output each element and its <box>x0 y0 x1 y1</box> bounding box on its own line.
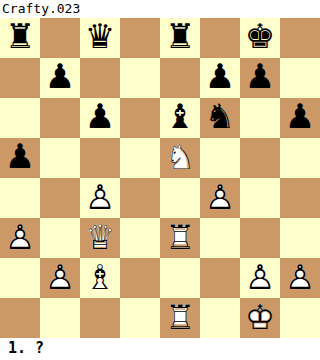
square-h5[interactable] <box>280 138 320 178</box>
black-pawn-icon: ♟ <box>40 56 80 96</box>
square-c2[interactable]: ♝♗ <box>80 258 120 298</box>
piece-outline-layer: ♙ <box>80 176 120 216</box>
black-pawn-icon: ♟ <box>280 96 320 136</box>
white-queen-icon: ♛♕ <box>80 218 120 258</box>
black-pawn-icon: ♟ <box>200 56 240 96</box>
square-h4[interactable] <box>280 178 320 218</box>
square-c4[interactable]: ♟♙ <box>80 178 120 218</box>
square-h1[interactable] <box>280 298 320 338</box>
piece-outline-layer: ♘ <box>160 136 200 176</box>
square-a6[interactable] <box>0 98 40 138</box>
square-a5[interactable]: ♟ <box>0 138 40 178</box>
square-e1[interactable]: ♜♖ <box>160 298 200 338</box>
square-c7[interactable] <box>80 58 120 98</box>
white-rook-icon: ♜♖ <box>160 298 200 338</box>
crafty-window: Crafty.023 ♜♛♜♚♟♟♟♟♝♞♟♟♞♘♟♙♟♙♟♙♛♕♜♖♟♙♝♗♟… <box>0 0 320 360</box>
square-a3[interactable]: ♟♙ <box>0 218 40 258</box>
square-f8[interactable] <box>200 18 240 58</box>
square-c6[interactable]: ♟ <box>80 98 120 138</box>
square-g1[interactable]: ♚♔ <box>240 298 280 338</box>
move-prompt: 1. ? <box>0 338 320 360</box>
square-g7[interactable]: ♟ <box>240 58 280 98</box>
square-e7[interactable] <box>160 58 200 98</box>
black-rook-icon: ♜ <box>160 16 200 56</box>
square-g8[interactable]: ♚ <box>240 18 280 58</box>
square-e3[interactable]: ♜♖ <box>160 218 200 258</box>
square-e2[interactable] <box>160 258 200 298</box>
square-g6[interactable] <box>240 98 280 138</box>
white-bishop-icon: ♝♗ <box>80 258 120 298</box>
square-h7[interactable] <box>280 58 320 98</box>
square-d6[interactable] <box>120 98 160 138</box>
square-a7[interactable] <box>0 58 40 98</box>
piece-outline-layer: ♙ <box>240 256 280 296</box>
square-d5[interactable] <box>120 138 160 178</box>
square-b4[interactable] <box>40 178 80 218</box>
square-h2[interactable]: ♟♙ <box>280 258 320 298</box>
black-pawn-icon: ♟ <box>0 136 40 176</box>
square-b7[interactable]: ♟ <box>40 58 80 98</box>
square-a1[interactable] <box>0 298 40 338</box>
square-d4[interactable] <box>120 178 160 218</box>
square-h3[interactable] <box>280 218 320 258</box>
square-f6[interactable]: ♞ <box>200 98 240 138</box>
square-d1[interactable] <box>120 298 160 338</box>
square-c1[interactable] <box>80 298 120 338</box>
black-pawn-icon: ♟ <box>240 56 280 96</box>
piece-outline-layer: ♙ <box>0 216 40 256</box>
white-king-icon: ♚♔ <box>240 298 280 338</box>
square-f3[interactable] <box>200 218 240 258</box>
square-c3[interactable]: ♛♕ <box>80 218 120 258</box>
white-pawn-icon: ♟♙ <box>40 258 80 298</box>
black-king-icon: ♚ <box>240 16 280 56</box>
square-b5[interactable] <box>40 138 80 178</box>
white-pawn-icon: ♟♙ <box>80 178 120 218</box>
square-a8[interactable]: ♜ <box>0 18 40 58</box>
black-rook-icon: ♜ <box>0 16 40 56</box>
white-pawn-icon: ♟♙ <box>200 178 240 218</box>
square-c5[interactable] <box>80 138 120 178</box>
square-f5[interactable] <box>200 138 240 178</box>
white-knight-icon: ♞♘ <box>160 138 200 178</box>
white-pawn-icon: ♟♙ <box>0 218 40 258</box>
square-d7[interactable] <box>120 58 160 98</box>
piece-outline-layer: ♕ <box>80 216 120 256</box>
square-b3[interactable] <box>40 218 80 258</box>
square-g3[interactable] <box>240 218 280 258</box>
square-d8[interactable] <box>120 18 160 58</box>
square-g2[interactable]: ♟♙ <box>240 258 280 298</box>
piece-outline-layer: ♔ <box>240 296 280 336</box>
white-rook-icon: ♜♖ <box>160 218 200 258</box>
black-pawn-icon: ♟ <box>80 96 120 136</box>
piece-outline-layer: ♙ <box>40 256 80 296</box>
square-e6[interactable]: ♝ <box>160 98 200 138</box>
piece-outline-layer: ♖ <box>160 216 200 256</box>
white-pawn-icon: ♟♙ <box>240 258 280 298</box>
square-c8[interactable]: ♛ <box>80 18 120 58</box>
square-f1[interactable] <box>200 298 240 338</box>
piece-outline-layer: ♙ <box>200 176 240 216</box>
black-knight-icon: ♞ <box>200 96 240 136</box>
square-f7[interactable]: ♟ <box>200 58 240 98</box>
square-f4[interactable]: ♟♙ <box>200 178 240 218</box>
square-d2[interactable] <box>120 258 160 298</box>
square-e5[interactable]: ♞♘ <box>160 138 200 178</box>
black-queen-icon: ♛ <box>80 16 120 56</box>
white-pawn-icon: ♟♙ <box>280 258 320 298</box>
square-b8[interactable] <box>40 18 80 58</box>
square-g5[interactable] <box>240 138 280 178</box>
piece-outline-layer: ♖ <box>160 296 200 336</box>
square-b6[interactable] <box>40 98 80 138</box>
square-a2[interactable] <box>0 258 40 298</box>
square-h6[interactable]: ♟ <box>280 98 320 138</box>
square-a4[interactable] <box>0 178 40 218</box>
square-d3[interactable] <box>120 218 160 258</box>
square-f2[interactable] <box>200 258 240 298</box>
piece-outline-layer: ♗ <box>80 256 120 296</box>
square-h8[interactable] <box>280 18 320 58</box>
black-bishop-icon: ♝ <box>160 96 200 136</box>
square-e8[interactable]: ♜ <box>160 18 200 58</box>
square-b2[interactable]: ♟♙ <box>40 258 80 298</box>
chess-board: ♜♛♜♚♟♟♟♟♝♞♟♟♞♘♟♙♟♙♟♙♛♕♜♖♟♙♝♗♟♙♟♙♜♖♚♔ <box>0 18 320 338</box>
piece-outline-layer: ♙ <box>280 256 320 296</box>
square-e4[interactable] <box>160 178 200 218</box>
square-b1[interactable] <box>40 298 80 338</box>
square-g4[interactable] <box>240 178 280 218</box>
